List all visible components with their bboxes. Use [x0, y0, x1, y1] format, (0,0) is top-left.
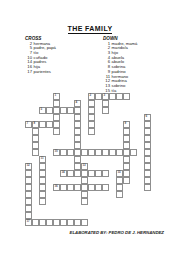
grid-cell[interactable] — [74, 163, 81, 170]
grid-cell[interactable] — [144, 163, 151, 170]
grid-cell[interactable] — [102, 149, 109, 156]
grid-cell[interactable] — [102, 170, 109, 177]
grid-cell[interactable] — [25, 212, 32, 219]
grid-cell[interactable] — [39, 121, 46, 128]
grid-cell[interactable] — [53, 219, 60, 226]
grid-cell[interactable] — [88, 184, 95, 191]
grid-cell[interactable] — [116, 93, 123, 100]
cell-number: 16 — [54, 185, 57, 188]
grid-cell[interactable] — [123, 142, 130, 149]
grid-cell[interactable] — [144, 156, 151, 163]
grid-cell[interactable] — [123, 135, 130, 142]
grid-cell[interactable] — [144, 149, 151, 156]
down-clues: DOWN 1madre, mamá2marido/a3hijo4abuela6a… — [103, 36, 175, 93]
grid-cell[interactable]: 15 — [116, 170, 123, 177]
grid-cell[interactable] — [123, 149, 130, 156]
grid-cell[interactable] — [60, 219, 67, 226]
cell-number: 10 — [54, 150, 57, 153]
grid-cell[interactable] — [67, 170, 74, 177]
grid-cell[interactable] — [144, 128, 151, 135]
grid-cell[interactable] — [39, 170, 46, 177]
grid-cell[interactable] — [74, 170, 81, 177]
grid-cell[interactable] — [60, 184, 67, 191]
grid-cell[interactable] — [102, 107, 109, 114]
grid-cell[interactable] — [53, 100, 60, 107]
grid-cell[interactable] — [74, 128, 81, 135]
grid-cell[interactable] — [109, 93, 116, 100]
grid-cell[interactable] — [116, 184, 123, 191]
grid-cell[interactable] — [39, 191, 46, 198]
grid-cell[interactable]: 14 — [60, 170, 67, 177]
grid-cell[interactable]: 3 — [102, 93, 109, 100]
grid-cell[interactable] — [81, 219, 88, 226]
page-title-text: THE FAMILY — [68, 25, 113, 34]
grid-cell[interactable]: 16 — [53, 184, 60, 191]
across-clues: CROSS 2hermana5padre, papá7tío10cuñado14… — [25, 36, 99, 75]
grid-cell[interactable] — [74, 121, 81, 128]
grid-cell[interactable]: 9 — [123, 121, 130, 128]
grid-cell[interactable] — [74, 107, 81, 114]
grid-cell[interactable] — [81, 170, 88, 177]
grid-cell[interactable] — [74, 156, 81, 163]
grid-cell[interactable]: 12 — [25, 163, 32, 170]
grid-cell[interactable] — [88, 170, 95, 177]
grid-cell[interactable] — [74, 184, 81, 191]
cell-number: 1 — [54, 94, 56, 97]
grid-cell[interactable]: 5 — [39, 107, 46, 114]
cell-number: 17 — [26, 220, 29, 223]
grid-cell[interactable] — [88, 114, 95, 121]
grid-cell[interactable] — [95, 184, 102, 191]
grid-cell[interactable] — [123, 93, 130, 100]
grid-cell[interactable] — [95, 93, 102, 100]
grid-cell[interactable] — [81, 149, 88, 156]
grid-cell[interactable] — [25, 177, 32, 184]
worksheet-page: THE FAMILY CROSS 2hermana5padre, papá7tí… — [0, 0, 180, 256]
grid-cell[interactable] — [123, 170, 130, 177]
grid-cell[interactable] — [25, 184, 32, 191]
grid-cell[interactable] — [46, 107, 53, 114]
grid-cell[interactable]: 11 — [39, 156, 46, 163]
grid-cell[interactable] — [109, 149, 116, 156]
cell-number: 13 — [82, 164, 85, 167]
grid-cell[interactable] — [88, 100, 95, 107]
grid-cell[interactable]: 2 — [88, 93, 95, 100]
grid-cell[interactable] — [81, 191, 88, 198]
grid-cell[interactable] — [32, 128, 39, 135]
grid-cell[interactable]: 1 — [53, 93, 60, 100]
grid-cell[interactable] — [25, 198, 32, 205]
grid-cell[interactable] — [53, 121, 60, 128]
grid-cell[interactable] — [88, 128, 95, 135]
grid-cell[interactable] — [46, 219, 53, 226]
grid-cell[interactable]: 7 — [25, 121, 32, 128]
clue-item: 17parientes — [25, 70, 99, 75]
clue-text: parientes — [34, 70, 99, 75]
grid-cell[interactable] — [67, 184, 74, 191]
grid-cell[interactable] — [102, 100, 109, 107]
grid-cell[interactable] — [116, 191, 123, 198]
cell-number: 3 — [103, 94, 105, 97]
crossword-grid: 1234567891011121314151617 — [25, 86, 158, 226]
grid-cell[interactable] — [144, 121, 151, 128]
grid-cell[interactable] — [81, 177, 88, 184]
grid-cell[interactable]: 6 — [144, 114, 151, 121]
grid-cell[interactable] — [67, 219, 74, 226]
clue-number: 17 — [25, 70, 32, 75]
grid-cell[interactable] — [32, 142, 39, 149]
grid-cell[interactable] — [32, 219, 39, 226]
grid-cell[interactable] — [67, 107, 74, 114]
grid-cell[interactable] — [32, 135, 39, 142]
grid-cell[interactable] — [74, 142, 81, 149]
cell-number: 5 — [40, 108, 42, 111]
grid-cell[interactable] — [39, 184, 46, 191]
grid-cell[interactable] — [81, 184, 88, 191]
grid-cell[interactable] — [74, 219, 81, 226]
grid-cell[interactable] — [39, 198, 46, 205]
grid-cell[interactable] — [74, 114, 81, 121]
grid-cell[interactable] — [39, 163, 46, 170]
grid-cell[interactable] — [144, 177, 151, 184]
cell-number: 2 — [89, 94, 91, 97]
grid-cell[interactable]: 17 — [25, 219, 32, 226]
across-clue-list: 2hermana5padre, papá7tío10cuñado14padres… — [25, 42, 99, 75]
grid-cell[interactable] — [39, 177, 46, 184]
grid-cell[interactable] — [144, 135, 151, 142]
grid-cell[interactable] — [53, 107, 60, 114]
grid-cell[interactable] — [53, 114, 60, 121]
grid-cell[interactable]: 8 — [32, 121, 39, 128]
page-title: THE FAMILY — [0, 17, 180, 35]
grid-cell[interactable]: 10 — [53, 149, 60, 156]
grid-cell[interactable] — [123, 177, 130, 184]
cell-number: 14 — [61, 171, 64, 174]
cell-number: 12 — [26, 164, 29, 167]
grid-cell[interactable] — [46, 121, 53, 128]
grid-cell[interactable] — [25, 170, 32, 177]
grid-cell[interactable] — [88, 107, 95, 114]
grid-cell[interactable] — [60, 107, 67, 114]
grid-cell[interactable] — [81, 198, 88, 205]
grid-cell[interactable] — [88, 121, 95, 128]
footer-credit: ELABORATED BY: PEDRO DE J. HERNANDEZ — [0, 230, 164, 235]
grid-cell[interactable] — [67, 149, 74, 156]
grid-cell[interactable]: 4 — [74, 100, 81, 107]
grid-cell[interactable] — [25, 191, 32, 198]
cell-number: 6 — [145, 115, 147, 118]
grid-cell[interactable] — [116, 149, 123, 156]
grid-cell[interactable] — [53, 128, 60, 135]
grid-cell[interactable]: 13 — [81, 163, 88, 170]
grid-cell[interactable] — [144, 170, 151, 177]
grid-cell[interactable] — [130, 149, 137, 156]
grid-cell[interactable] — [144, 142, 151, 149]
grid-cell[interactable] — [74, 149, 81, 156]
cell-number: 8 — [33, 122, 35, 125]
grid-cell[interactable] — [39, 219, 46, 226]
cell-number: 11 — [40, 157, 43, 160]
grid-cell[interactable] — [25, 205, 32, 212]
grid-cell[interactable] — [95, 170, 102, 177]
grid-cell[interactable] — [116, 177, 123, 184]
cell-number: 7 — [26, 122, 28, 125]
grid-cell[interactable] — [123, 156, 130, 163]
grid-cell[interactable] — [123, 163, 130, 170]
cell-number: 9 — [124, 122, 126, 125]
grid-cell[interactable] — [95, 149, 102, 156]
grid-cell[interactable] — [88, 149, 95, 156]
grid-cell[interactable] — [74, 135, 81, 142]
grid-cell[interactable] — [123, 128, 130, 135]
cell-number: 4 — [75, 101, 77, 104]
cell-number: 15 — [117, 171, 120, 174]
grid-cell[interactable] — [102, 184, 109, 191]
grid-cell[interactable] — [32, 149, 39, 156]
grid-cell[interactable] — [60, 149, 67, 156]
grid-cell[interactable] — [144, 184, 151, 191]
